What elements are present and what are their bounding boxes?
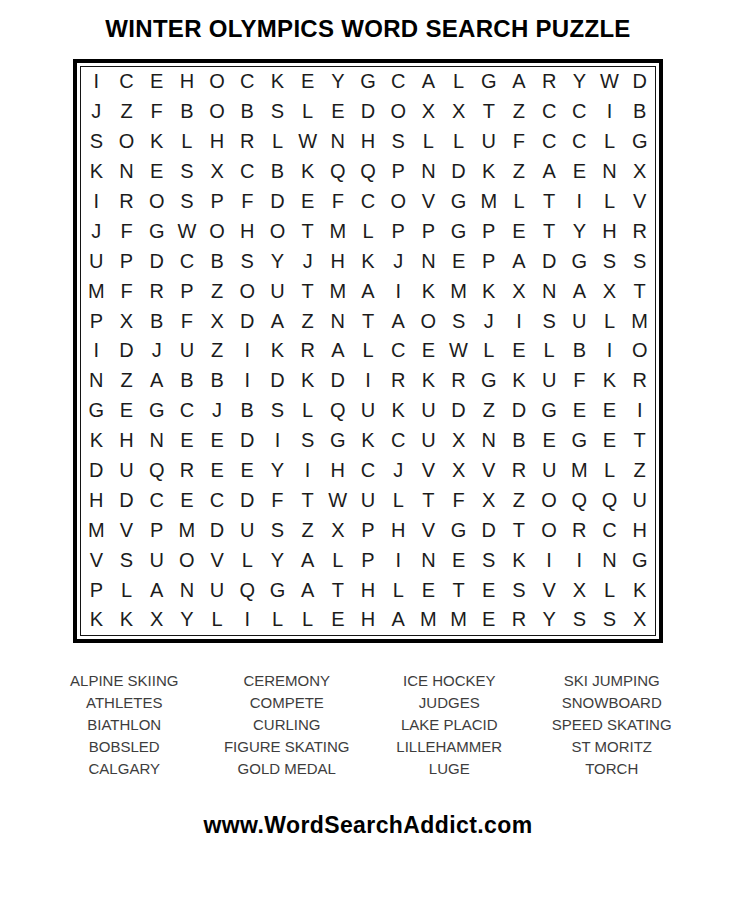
cell-r9c12[interactable]: O [413, 306, 443, 336]
cell-r4c17[interactable]: E [564, 157, 594, 187]
cell-r14c12[interactable]: V [413, 456, 443, 486]
cell-r2c14[interactable]: T [474, 97, 504, 127]
cell-r16c14[interactable]: D [474, 515, 504, 545]
cell-r12c10[interactable]: U [353, 396, 383, 426]
cell-r12c17[interactable]: E [564, 396, 594, 426]
cell-r14c19[interactable]: Z [625, 456, 655, 486]
cell-r8c4[interactable]: P [172, 276, 202, 306]
cell-r13c15[interactable]: B [504, 426, 534, 456]
cell-r11c5[interactable]: B [202, 366, 232, 396]
cell-r3c9[interactable]: N [323, 127, 353, 157]
cell-r18c18[interactable]: L [594, 575, 624, 605]
cell-r5c13[interactable]: G [443, 187, 473, 217]
cell-r16c7[interactable]: S [262, 515, 292, 545]
cell-r8c14[interactable]: K [474, 276, 504, 306]
cell-r17c5[interactable]: V [202, 545, 232, 575]
cell-r7c10[interactable]: K [353, 246, 383, 276]
word-list-item[interactable]: CEREMONY [206, 670, 369, 692]
word-list-item[interactable]: LAKE PLACID [368, 714, 531, 736]
cell-r8c3[interactable]: R [142, 276, 172, 306]
cell-r4c2[interactable]: N [111, 157, 141, 187]
cell-r5c5[interactable]: P [202, 187, 232, 217]
cell-r11c2[interactable]: Z [111, 366, 141, 396]
cell-r19c11[interactable]: A [383, 605, 413, 635]
cell-r5c15[interactable]: L [504, 187, 534, 217]
word-list-item[interactable]: SNOWBOARD [531, 692, 694, 714]
cell-r2c15[interactable]: Z [504, 97, 534, 127]
cell-r17c19[interactable]: G [625, 545, 655, 575]
cell-r9c4[interactable]: F [172, 306, 202, 336]
cell-r3c2[interactable]: O [111, 127, 141, 157]
cell-r11c19[interactable]: R [625, 366, 655, 396]
cell-r13c5[interactable]: E [202, 426, 232, 456]
cell-r16c10[interactable]: P [353, 515, 383, 545]
cell-r5c2[interactable]: R [111, 187, 141, 217]
cell-r8c18[interactable]: X [594, 276, 624, 306]
cell-r12c18[interactable]: E [594, 396, 624, 426]
cell-r12c9[interactable]: Q [323, 396, 353, 426]
cell-r8c6[interactable]: O [232, 276, 262, 306]
cell-r10c19[interactable]: O [625, 336, 655, 366]
cell-r14c16[interactable]: U [534, 456, 564, 486]
word-list-item[interactable]: FIGURE SKATING [206, 736, 369, 758]
cell-r3c11[interactable]: S [383, 127, 413, 157]
cell-r3c17[interactable]: C [564, 127, 594, 157]
cell-r16c5[interactable]: D [202, 515, 232, 545]
cell-r19c19[interactable]: X [625, 605, 655, 635]
word-list-item[interactable]: COMPETE [206, 692, 369, 714]
cell-r5c11[interactable]: O [383, 187, 413, 217]
cell-r15c16[interactable]: O [534, 485, 564, 515]
cell-r4c7[interactable]: B [262, 157, 292, 187]
cell-r16c1[interactable]: M [81, 515, 111, 545]
cell-r5c19[interactable]: V [625, 187, 655, 217]
cell-r1c18[interactable]: W [594, 67, 624, 97]
cell-r2c12[interactable]: X [413, 97, 443, 127]
cell-r4c1[interactable]: K [81, 157, 111, 187]
word-list-item[interactable]: GOLD MEDAL [206, 758, 369, 780]
cell-r4c18[interactable]: N [594, 157, 624, 187]
cell-r7c17[interactable]: G [564, 246, 594, 276]
word-list-item[interactable]: CURLING [206, 714, 369, 736]
cell-r17c13[interactable]: E [443, 545, 473, 575]
cell-r13c13[interactable]: X [443, 426, 473, 456]
cell-r17c2[interactable]: S [111, 545, 141, 575]
cell-r9c13[interactable]: S [443, 306, 473, 336]
cell-r12c5[interactable]: J [202, 396, 232, 426]
cell-r17c16[interactable]: I [534, 545, 564, 575]
cell-r3c18[interactable]: L [594, 127, 624, 157]
cell-r4c12[interactable]: N [413, 157, 443, 187]
cell-r10c5[interactable]: Z [202, 336, 232, 366]
cell-r12c1[interactable]: G [81, 396, 111, 426]
cell-r12c13[interactable]: D [443, 396, 473, 426]
cell-r12c8[interactable]: L [293, 396, 323, 426]
cell-r17c10[interactable]: P [353, 545, 383, 575]
cell-r5c10[interactable]: C [353, 187, 383, 217]
cell-r9c8[interactable]: Z [293, 306, 323, 336]
cell-r6c10[interactable]: L [353, 216, 383, 246]
cell-r12c16[interactable]: G [534, 396, 564, 426]
cell-r13c11[interactable]: C [383, 426, 413, 456]
cell-r16c6[interactable]: U [232, 515, 262, 545]
cell-r3c14[interactable]: U [474, 127, 504, 157]
cell-r11c11[interactable]: R [383, 366, 413, 396]
cell-r2c16[interactable]: C [534, 97, 564, 127]
cell-r14c17[interactable]: M [564, 456, 594, 486]
cell-r18c11[interactable]: L [383, 575, 413, 605]
cell-r16c16[interactable]: O [534, 515, 564, 545]
cell-r1c3[interactable]: E [142, 67, 172, 97]
cell-r13c17[interactable]: G [564, 426, 594, 456]
cell-r15c8[interactable]: T [293, 485, 323, 515]
cell-r11c1[interactable]: N [81, 366, 111, 396]
cell-r15c17[interactable]: Q [564, 485, 594, 515]
cell-r9c14[interactable]: J [474, 306, 504, 336]
cell-r5c7[interactable]: D [262, 187, 292, 217]
cell-r13c19[interactable]: T [625, 426, 655, 456]
cell-r15c6[interactable]: D [232, 485, 262, 515]
cell-r1c1[interactable]: I [81, 67, 111, 97]
cell-r13c18[interactable]: E [594, 426, 624, 456]
cell-r13c10[interactable]: K [353, 426, 383, 456]
cell-r4c8[interactable]: K [293, 157, 323, 187]
cell-r5c12[interactable]: V [413, 187, 443, 217]
cell-r11c13[interactable]: R [443, 366, 473, 396]
cell-r3c6[interactable]: R [232, 127, 262, 157]
cell-r17c17[interactable]: I [564, 545, 594, 575]
cell-r17c14[interactable]: S [474, 545, 504, 575]
cell-r9c6[interactable]: D [232, 306, 262, 336]
cell-r1c14[interactable]: G [474, 67, 504, 97]
cell-r17c3[interactable]: U [142, 545, 172, 575]
cell-r1c10[interactable]: G [353, 67, 383, 97]
cell-r19c18[interactable]: S [594, 605, 624, 635]
cell-r1c7[interactable]: K [262, 67, 292, 97]
cell-r9c16[interactable]: S [534, 306, 564, 336]
cell-r13c12[interactable]: U [413, 426, 443, 456]
cell-r8c8[interactable]: T [293, 276, 323, 306]
cell-r9c10[interactable]: T [353, 306, 383, 336]
cell-r7c13[interactable]: E [443, 246, 473, 276]
cell-r16c15[interactable]: T [504, 515, 534, 545]
cell-r8c7[interactable]: U [262, 276, 292, 306]
cell-r5c8[interactable]: E [293, 187, 323, 217]
cell-r8c16[interactable]: N [534, 276, 564, 306]
cell-r10c16[interactable]: L [534, 336, 564, 366]
cell-r2c5[interactable]: O [202, 97, 232, 127]
cell-r10c10[interactable]: L [353, 336, 383, 366]
cell-r19c17[interactable]: S [564, 605, 594, 635]
cell-r8c11[interactable]: I [383, 276, 413, 306]
cell-r17c11[interactable]: I [383, 545, 413, 575]
cell-r4c4[interactable]: S [172, 157, 202, 187]
cell-r2c8[interactable]: L [293, 97, 323, 127]
cell-r1c11[interactable]: C [383, 67, 413, 97]
cell-r14c7[interactable]: Y [262, 456, 292, 486]
cell-r6c14[interactable]: P [474, 216, 504, 246]
cell-r7c12[interactable]: N [413, 246, 443, 276]
cell-r6c12[interactable]: P [413, 216, 443, 246]
cell-r11c12[interactable]: K [413, 366, 443, 396]
cell-r6c6[interactable]: H [232, 216, 262, 246]
cell-r19c13[interactable]: M [443, 605, 473, 635]
cell-r10c13[interactable]: W [443, 336, 473, 366]
cell-r1c2[interactable]: C [111, 67, 141, 97]
cell-r14c18[interactable]: L [594, 456, 624, 486]
cell-r19c1[interactable]: K [81, 605, 111, 635]
cell-r2c9[interactable]: E [323, 97, 353, 127]
cell-r5c17[interactable]: I [564, 187, 594, 217]
cell-r4c16[interactable]: A [534, 157, 564, 187]
cell-r11c4[interactable]: B [172, 366, 202, 396]
word-list-item[interactable]: BOBSLED [43, 736, 206, 758]
word-list-item[interactable]: ST MORITZ [531, 736, 694, 758]
cell-r10c7[interactable]: K [262, 336, 292, 366]
cell-r16c2[interactable]: V [111, 515, 141, 545]
cell-r7c1[interactable]: U [81, 246, 111, 276]
cell-r14c4[interactable]: R [172, 456, 202, 486]
cell-r14c8[interactable]: I [293, 456, 323, 486]
cell-r2c4[interactable]: B [172, 97, 202, 127]
cell-r2c19[interactable]: B [625, 97, 655, 127]
cell-r17c15[interactable]: K [504, 545, 534, 575]
cell-r1c5[interactable]: O [202, 67, 232, 97]
cell-r7c15[interactable]: A [504, 246, 534, 276]
cell-r19c9[interactable]: E [323, 605, 353, 635]
cell-r2c17[interactable]: C [564, 97, 594, 127]
cell-r10c3[interactable]: J [142, 336, 172, 366]
cell-r7c7[interactable]: Y [262, 246, 292, 276]
word-list-item[interactable]: ICE HOCKEY [368, 670, 531, 692]
cell-r19c8[interactable]: L [293, 605, 323, 635]
cell-r13c4[interactable]: E [172, 426, 202, 456]
cell-r14c1[interactable]: D [81, 456, 111, 486]
cell-r13c14[interactable]: N [474, 426, 504, 456]
cell-r12c7[interactable]: S [262, 396, 292, 426]
cell-r10c2[interactable]: D [111, 336, 141, 366]
word-list-item[interactable]: ATHLETES [43, 692, 206, 714]
cell-r17c6[interactable]: L [232, 545, 262, 575]
cell-r15c11[interactable]: L [383, 485, 413, 515]
cell-r4c14[interactable]: K [474, 157, 504, 187]
cell-r9c2[interactable]: X [111, 306, 141, 336]
cell-r1c8[interactable]: E [293, 67, 323, 97]
word-list-item[interactable]: SPEED SKATING [531, 714, 694, 736]
cell-r10c14[interactable]: L [474, 336, 504, 366]
cell-r6c7[interactable]: O [262, 216, 292, 246]
cell-r7c19[interactable]: S [625, 246, 655, 276]
cell-r2c18[interactable]: I [594, 97, 624, 127]
cell-r10c15[interactable]: E [504, 336, 534, 366]
cell-r6c2[interactable]: F [111, 216, 141, 246]
cell-r11c7[interactable]: D [262, 366, 292, 396]
cell-r14c5[interactable]: E [202, 456, 232, 486]
cell-r8c1[interactable]: M [81, 276, 111, 306]
cell-r15c14[interactable]: X [474, 485, 504, 515]
cell-r16c4[interactable]: M [172, 515, 202, 545]
cell-r11c18[interactable]: K [594, 366, 624, 396]
cell-r18c6[interactable]: Q [232, 575, 262, 605]
word-list-item[interactable]: SKI JUMPING [531, 670, 694, 692]
cell-r2c2[interactable]: Z [111, 97, 141, 127]
cell-r16c11[interactable]: H [383, 515, 413, 545]
cell-r14c14[interactable]: V [474, 456, 504, 486]
cell-r3c8[interactable]: W [293, 127, 323, 157]
cell-r18c16[interactable]: V [534, 575, 564, 605]
cell-r16c13[interactable]: G [443, 515, 473, 545]
cell-r14c15[interactable]: R [504, 456, 534, 486]
cell-r15c9[interactable]: W [323, 485, 353, 515]
cell-r4c10[interactable]: Q [353, 157, 383, 187]
cell-r5c1[interactable]: I [81, 187, 111, 217]
cell-r12c19[interactable]: I [625, 396, 655, 426]
cell-r15c18[interactable]: Q [594, 485, 624, 515]
word-list-item[interactable]: ALPINE SKIING [43, 670, 206, 692]
cell-r19c10[interactable]: H [353, 605, 383, 635]
cell-r15c13[interactable]: F [443, 485, 473, 515]
cell-r1c15[interactable]: A [504, 67, 534, 97]
cell-r14c13[interactable]: X [443, 456, 473, 486]
word-list-item[interactable]: LILLEHAMMER [368, 736, 531, 758]
cell-r11c6[interactable]: I [232, 366, 262, 396]
cell-r4c5[interactable]: X [202, 157, 232, 187]
cell-r10c12[interactable]: E [413, 336, 443, 366]
cell-r1c4[interactable]: H [172, 67, 202, 97]
cell-r17c18[interactable]: N [594, 545, 624, 575]
cell-r3c10[interactable]: H [353, 127, 383, 157]
cell-r18c5[interactable]: U [202, 575, 232, 605]
cell-r4c9[interactable]: Q [323, 157, 353, 187]
cell-r12c11[interactable]: K [383, 396, 413, 426]
cell-r13c8[interactable]: S [293, 426, 323, 456]
cell-r7c8[interactable]: J [293, 246, 323, 276]
cell-r16c3[interactable]: P [142, 515, 172, 545]
cell-r18c9[interactable]: T [323, 575, 353, 605]
cell-r17c9[interactable]: L [323, 545, 353, 575]
cell-r6c1[interactable]: J [81, 216, 111, 246]
cell-r9c19[interactable]: M [625, 306, 655, 336]
cell-r1c13[interactable]: L [443, 67, 473, 97]
cell-r10c4[interactable]: U [172, 336, 202, 366]
cell-r3c4[interactable]: L [172, 127, 202, 157]
cell-r3c7[interactable]: L [262, 127, 292, 157]
cell-r11c10[interactable]: I [353, 366, 383, 396]
cell-r6c11[interactable]: P [383, 216, 413, 246]
cell-r5c9[interactable]: F [323, 187, 353, 217]
cell-r15c7[interactable]: F [262, 485, 292, 515]
cell-r7c9[interactable]: H [323, 246, 353, 276]
cell-r18c4[interactable]: N [172, 575, 202, 605]
cell-r19c7[interactable]: L [262, 605, 292, 635]
cell-r10c18[interactable]: I [594, 336, 624, 366]
cell-r18c1[interactable]: P [81, 575, 111, 605]
cell-r11c15[interactable]: K [504, 366, 534, 396]
cell-r4c11[interactable]: P [383, 157, 413, 187]
cell-r15c15[interactable]: Z [504, 485, 534, 515]
cell-r7c3[interactable]: D [142, 246, 172, 276]
cell-r6c13[interactable]: G [443, 216, 473, 246]
cell-r18c13[interactable]: T [443, 575, 473, 605]
cell-r7c14[interactable]: P [474, 246, 504, 276]
cell-r13c1[interactable]: K [81, 426, 111, 456]
cell-r9c17[interactable]: U [564, 306, 594, 336]
cell-r16c12[interactable]: V [413, 515, 443, 545]
cell-r13c16[interactable]: E [534, 426, 564, 456]
cell-r6c16[interactable]: T [534, 216, 564, 246]
cell-r4c13[interactable]: D [443, 157, 473, 187]
cell-r6c3[interactable]: G [142, 216, 172, 246]
cell-r3c5[interactable]: H [202, 127, 232, 157]
cell-r2c1[interactable]: J [81, 97, 111, 127]
cell-r15c5[interactable]: C [202, 485, 232, 515]
cell-r6c9[interactable]: M [323, 216, 353, 246]
cell-r2c7[interactable]: S [262, 97, 292, 127]
cell-r11c14[interactable]: G [474, 366, 504, 396]
cell-r3c15[interactable]: F [504, 127, 534, 157]
cell-r11c8[interactable]: K [293, 366, 323, 396]
cell-r6c5[interactable]: O [202, 216, 232, 246]
cell-r13c2[interactable]: H [111, 426, 141, 456]
cell-r12c15[interactable]: D [504, 396, 534, 426]
word-list-item[interactable]: JUDGES [368, 692, 531, 714]
cell-r6c4[interactable]: W [172, 216, 202, 246]
cell-r8c19[interactable]: T [625, 276, 655, 306]
cell-r15c4[interactable]: E [172, 485, 202, 515]
cell-r15c3[interactable]: C [142, 485, 172, 515]
word-list-item[interactable]: CALGARY [43, 758, 206, 780]
cell-r16c9[interactable]: X [323, 515, 353, 545]
cell-r9c5[interactable]: X [202, 306, 232, 336]
cell-r19c5[interactable]: L [202, 605, 232, 635]
cell-r19c2[interactable]: K [111, 605, 141, 635]
cell-r8c15[interactable]: X [504, 276, 534, 306]
cell-r17c8[interactable]: A [293, 545, 323, 575]
cell-r18c2[interactable]: L [111, 575, 141, 605]
cell-r12c3[interactable]: G [142, 396, 172, 426]
cell-r8c13[interactable]: M [443, 276, 473, 306]
cell-r13c6[interactable]: D [232, 426, 262, 456]
cell-r2c10[interactable]: D [353, 97, 383, 127]
cell-r1c12[interactable]: A [413, 67, 443, 97]
cell-r16c19[interactable]: H [625, 515, 655, 545]
cell-r9c15[interactable]: I [504, 306, 534, 336]
cell-r19c6[interactable]: I [232, 605, 262, 635]
cell-r4c15[interactable]: Z [504, 157, 534, 187]
cell-r9c9[interactable]: N [323, 306, 353, 336]
cell-r18c12[interactable]: E [413, 575, 443, 605]
cell-r19c12[interactable]: M [413, 605, 443, 635]
cell-r15c2[interactable]: D [111, 485, 141, 515]
cell-r19c3[interactable]: X [142, 605, 172, 635]
cell-r5c16[interactable]: T [534, 187, 564, 217]
cell-r1c16[interactable]: R [534, 67, 564, 97]
cell-r1c6[interactable]: C [232, 67, 262, 97]
cell-r1c9[interactable]: Y [323, 67, 353, 97]
cell-r3c16[interactable]: C [534, 127, 564, 157]
cell-r15c10[interactable]: U [353, 485, 383, 515]
cell-r18c19[interactable]: K [625, 575, 655, 605]
cell-r3c13[interactable]: L [443, 127, 473, 157]
cell-r7c11[interactable]: J [383, 246, 413, 276]
cell-r14c2[interactable]: U [111, 456, 141, 486]
cell-r6c8[interactable]: T [293, 216, 323, 246]
cell-r11c17[interactable]: F [564, 366, 594, 396]
cell-r4c19[interactable]: X [625, 157, 655, 187]
cell-r5c18[interactable]: L [594, 187, 624, 217]
cell-r14c3[interactable]: Q [142, 456, 172, 486]
cell-r1c17[interactable]: Y [564, 67, 594, 97]
